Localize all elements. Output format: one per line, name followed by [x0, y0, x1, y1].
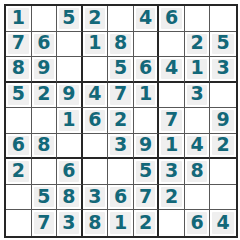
- cell-r1c1: 1: [6, 6, 32, 32]
- cell-r3c4[interactable]: [83, 57, 109, 83]
- given-digit: 9: [37, 58, 50, 77]
- given-digit: 7: [114, 84, 127, 103]
- given-tile: 2: [34, 85, 55, 106]
- given-digit: 5: [62, 8, 75, 27]
- given-tile: 9: [136, 136, 156, 156]
- given-tile: 5: [34, 187, 55, 208]
- given-digit: 4: [165, 58, 178, 77]
- cell-r2c1: 7: [6, 32, 32, 58]
- given-tile: 5: [59, 8, 79, 29]
- cell-r6c8: 4: [185, 134, 211, 160]
- cell-r5c9: 9: [210, 108, 236, 134]
- given-digit: 6: [191, 213, 204, 232]
- cell-r7c5[interactable]: [108, 159, 134, 185]
- given-tile: 5: [212, 34, 234, 55]
- given-digit: 5: [139, 161, 152, 180]
- cell-r3c2: 9: [32, 57, 58, 83]
- given-digit: 3: [114, 135, 127, 154]
- given-digit: 8: [191, 161, 204, 180]
- given-tile: 1: [136, 85, 156, 106]
- cell-r6c2: 8: [32, 134, 58, 160]
- cell-r7c6: 5: [134, 159, 160, 185]
- given-tile: 4: [85, 85, 106, 106]
- given-digit: 1: [12, 8, 25, 27]
- cell-r5c4: 6: [83, 108, 109, 134]
- given-tile: 4: [212, 212, 234, 234]
- cell-r3c5: 5: [108, 57, 134, 83]
- cell-r1c8[interactable]: [185, 6, 211, 32]
- cell-r6c9: 2: [210, 134, 236, 160]
- cell-r8c7: 2: [159, 185, 185, 211]
- given-tile: 4: [161, 59, 182, 79]
- given-digit: 9: [139, 135, 152, 154]
- given-tile: 9: [34, 59, 55, 79]
- given-tile: 7: [161, 110, 182, 131]
- cell-r9c6: 2: [134, 210, 160, 236]
- given-tile: 3: [212, 59, 234, 79]
- given-digit: 7: [37, 213, 50, 232]
- cell-r3c1: 8: [6, 57, 32, 83]
- given-digit: 3: [88, 187, 101, 206]
- given-tile: 8: [85, 212, 106, 234]
- cell-r1c3: 5: [57, 6, 83, 32]
- given-digit: 6: [88, 110, 101, 129]
- given-tile: 6: [8, 136, 29, 156]
- cell-r5c7: 7: [159, 108, 185, 134]
- given-tile: 6: [59, 161, 79, 182]
- cell-r2c4: 1: [83, 32, 109, 58]
- given-digit: 5: [37, 187, 50, 206]
- cell-r8c2: 5: [32, 185, 58, 211]
- given-tile: 7: [34, 212, 55, 234]
- given-digit: 2: [12, 161, 25, 180]
- cell-r8c9[interactable]: [210, 185, 236, 211]
- cell-r6c6: 9: [134, 134, 160, 160]
- cell-r8c3: 8: [57, 185, 83, 211]
- given-digit: 2: [37, 84, 50, 103]
- cell-r4c1: 5: [6, 83, 32, 109]
- cell-r1c9[interactable]: [210, 6, 236, 32]
- cell-r1c7: 6: [159, 6, 185, 32]
- given-digit: 5: [217, 33, 230, 52]
- given-digit: 3: [191, 84, 204, 103]
- cell-r4c9[interactable]: [210, 83, 236, 109]
- given-tile: 2: [110, 110, 131, 131]
- given-tile: 5: [8, 85, 29, 106]
- given-digit: 6: [165, 8, 178, 27]
- cell-r2c5: 8: [108, 32, 134, 58]
- given-digit: 7: [165, 110, 178, 129]
- cell-r1c5[interactable]: [108, 6, 134, 32]
- given-digit: 6: [62, 161, 75, 180]
- cell-r1c2[interactable]: [32, 6, 58, 32]
- cell-r6c5: 3: [108, 134, 134, 160]
- cell-r7c8: 8: [185, 159, 211, 185]
- cell-r3c3[interactable]: [57, 57, 83, 83]
- cell-r7c3: 6: [57, 159, 83, 185]
- given-digit: 8: [37, 135, 50, 154]
- given-tile: 1: [110, 212, 131, 234]
- given-digit: 2: [165, 187, 178, 206]
- given-tile: 8: [110, 34, 131, 55]
- given-tile: 1: [8, 8, 29, 29]
- cell-r6c7: 1: [159, 134, 185, 160]
- given-tile: 9: [212, 110, 234, 131]
- given-tile: 4: [187, 136, 208, 156]
- given-digit: 1: [88, 33, 101, 52]
- given-tile: 2: [212, 136, 234, 156]
- given-tile: 1: [85, 34, 106, 55]
- given-digit: 8: [88, 213, 101, 232]
- given-tile: 6: [85, 110, 106, 131]
- cell-r7c9[interactable]: [210, 159, 236, 185]
- cell-r8c5: 6: [108, 185, 134, 211]
- cell-r2c8: 2: [185, 32, 211, 58]
- cell-r7c1: 2: [6, 159, 32, 185]
- cell-r3c9: 3: [210, 57, 236, 83]
- given-digit: 8: [62, 187, 75, 206]
- cell-r4c2: 2: [32, 83, 58, 109]
- given-digit: 8: [114, 33, 127, 52]
- given-tile: 1: [59, 110, 79, 131]
- given-digit: 2: [114, 110, 127, 129]
- cell-r2c9: 5: [210, 32, 236, 58]
- given-tile: 3: [59, 212, 79, 234]
- cell-r7c4[interactable]: [83, 159, 109, 185]
- given-tile: 3: [187, 85, 208, 106]
- given-tile: 8: [34, 136, 55, 156]
- given-digit: 3: [62, 213, 75, 232]
- cell-r7c2[interactable]: [32, 159, 58, 185]
- given-tile: 6: [110, 187, 131, 208]
- given-digit: 1: [165, 135, 178, 154]
- given-digit: 2: [191, 33, 204, 52]
- cell-r2c3[interactable]: [57, 32, 83, 58]
- cell-r3c8: 1: [185, 57, 211, 83]
- cell-r8c1[interactable]: [6, 185, 32, 211]
- cell-r4c3: 9: [57, 83, 83, 109]
- given-tile: 1: [161, 136, 182, 156]
- given-tile: 6: [136, 59, 156, 79]
- cell-r8c6: 7: [134, 185, 160, 211]
- given-digit: 9: [62, 84, 75, 103]
- cell-r9c3: 3: [57, 210, 83, 236]
- given-tile: 1: [187, 59, 208, 79]
- given-digit: 4: [139, 8, 152, 27]
- given-tile: 5: [136, 161, 156, 182]
- given-digit: 3: [217, 58, 230, 77]
- given-tile: 6: [187, 212, 208, 234]
- given-digit: 4: [88, 84, 101, 103]
- cell-r9c8: 6: [185, 210, 211, 236]
- given-digit: 6: [37, 33, 50, 52]
- given-tile: 8: [8, 59, 29, 79]
- cell-r4c7[interactable]: [159, 83, 185, 109]
- given-tile: 2: [161, 187, 182, 208]
- given-digit: 3: [165, 161, 178, 180]
- given-tile: 9: [59, 85, 79, 106]
- given-digit: 6: [12, 135, 25, 154]
- cell-r5c2[interactable]: [32, 108, 58, 134]
- given-tile: 8: [187, 161, 208, 182]
- cell-r5c5: 2: [108, 108, 134, 134]
- given-tile: 7: [8, 34, 29, 55]
- cell-r9c5: 1: [108, 210, 134, 236]
- given-digit: 5: [12, 84, 25, 103]
- given-tile: 3: [161, 161, 182, 182]
- given-tile: 2: [136, 212, 156, 234]
- cell-r6c3[interactable]: [57, 134, 83, 160]
- given-digit: 2: [88, 8, 101, 27]
- cell-r3c7: 4: [159, 57, 185, 83]
- sudoku-board: 1524676182589564135294713162796839142265…: [4, 4, 238, 238]
- given-digit: 1: [139, 84, 152, 103]
- given-digit: 5: [114, 58, 127, 77]
- cell-r9c4: 8: [83, 210, 109, 236]
- given-digit: 1: [114, 213, 127, 232]
- given-tile: 2: [187, 34, 208, 55]
- given-digit: 6: [114, 187, 127, 206]
- given-tile: 7: [136, 187, 156, 208]
- cell-r5c6[interactable]: [134, 108, 160, 134]
- given-digit: 9: [217, 110, 230, 129]
- cell-r1c4: 2: [83, 6, 109, 32]
- given-tile: 3: [85, 187, 106, 208]
- given-digit: 1: [191, 58, 204, 77]
- cell-r5c3: 1: [57, 108, 83, 134]
- given-digit: 7: [12, 33, 25, 52]
- cell-r9c7[interactable]: [159, 210, 185, 236]
- given-tile: 2: [8, 161, 29, 182]
- cell-r9c2: 7: [32, 210, 58, 236]
- cell-r7c7: 3: [159, 159, 185, 185]
- cell-r4c8: 3: [185, 83, 211, 109]
- cell-r9c1[interactable]: [6, 210, 32, 236]
- cell-r1c6: 4: [134, 6, 160, 32]
- given-digit: 4: [217, 213, 230, 232]
- cell-r4c4: 4: [83, 83, 109, 109]
- cell-r8c8[interactable]: [185, 185, 211, 211]
- given-digit: 8: [12, 58, 25, 77]
- given-tile: 3: [110, 136, 131, 156]
- cell-r2c7[interactable]: [159, 32, 185, 58]
- cell-r5c8[interactable]: [185, 108, 211, 134]
- given-tile: 6: [161, 8, 182, 29]
- given-tile: 2: [85, 8, 106, 29]
- cell-r9c9: 4: [210, 210, 236, 236]
- cell-r6c1: 6: [6, 134, 32, 160]
- given-digit: 2: [217, 135, 230, 154]
- given-digit: 4: [191, 135, 204, 154]
- cell-r4c5: 7: [108, 83, 134, 109]
- cell-r3c6: 6: [134, 57, 160, 83]
- given-digit: 1: [62, 110, 75, 129]
- given-digit: 7: [139, 187, 152, 206]
- given-digit: 6: [139, 58, 152, 77]
- given-tile: 6: [34, 34, 55, 55]
- cell-r8c4: 3: [83, 185, 109, 211]
- cell-r2c2: 6: [32, 32, 58, 58]
- given-tile: 4: [136, 8, 156, 29]
- given-tile: 8: [59, 187, 79, 208]
- cell-r5c1[interactable]: [6, 108, 32, 134]
- cell-r6c4[interactable]: [83, 134, 109, 160]
- given-digit: 2: [139, 213, 152, 232]
- cell-r2c6[interactable]: [134, 32, 160, 58]
- cell-r4c6: 1: [134, 83, 160, 109]
- given-tile: 7: [110, 85, 131, 106]
- given-tile: 5: [110, 59, 131, 79]
